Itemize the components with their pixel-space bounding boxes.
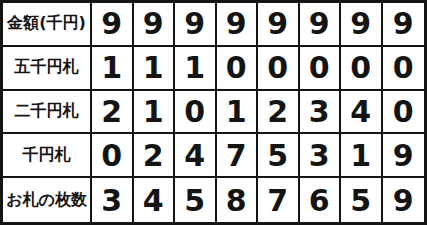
cell-r3c7: 9 (383, 134, 425, 178)
cell-r0c6: 9 (341, 3, 383, 47)
cell-r0c5: 9 (300, 3, 342, 47)
cell-r1c1: 1 (134, 47, 176, 91)
cell-r2c7: 0 (383, 91, 425, 135)
cell-r3c3: 7 (217, 134, 259, 178)
cell-r0c0: 9 (92, 3, 134, 47)
cell-r1c7: 0 (383, 47, 425, 91)
row-label-1: 五千円札 (3, 47, 92, 91)
row-label-0: 金額(千円) (3, 3, 92, 47)
cell-r0c2: 9 (175, 3, 217, 47)
cell-r0c1: 9 (134, 3, 176, 47)
cell-r2c2: 0 (175, 91, 217, 135)
cell-r1c4: 0 (258, 47, 300, 91)
cell-r4c3: 8 (217, 178, 259, 222)
cell-r4c5: 6 (300, 178, 342, 222)
cell-r1c0: 1 (92, 47, 134, 91)
cell-r4c1: 4 (134, 178, 176, 222)
cell-r2c1: 1 (134, 91, 176, 135)
cell-r2c3: 1 (217, 91, 259, 135)
cell-r4c6: 5 (341, 178, 383, 222)
cell-r3c2: 4 (175, 134, 217, 178)
cell-r4c7: 9 (383, 178, 425, 222)
cell-r2c4: 2 (258, 91, 300, 135)
row-label-4: お札の枚数 (3, 178, 92, 222)
cell-r4c0: 3 (92, 178, 134, 222)
cell-r2c6: 4 (341, 91, 383, 135)
cell-r4c4: 7 (258, 178, 300, 222)
cell-r3c0: 0 (92, 134, 134, 178)
cell-r0c4: 9 (258, 3, 300, 47)
row-label-2: 二千円札 (3, 91, 92, 135)
cell-r1c5: 0 (300, 47, 342, 91)
cell-r4c2: 5 (175, 178, 217, 222)
cell-r3c1: 2 (134, 134, 176, 178)
cell-r3c6: 1 (341, 134, 383, 178)
cell-r1c6: 0 (341, 47, 383, 91)
puzzle-table: 金額(千円)99999999五千円札11100000二千円札21012340千円… (0, 0, 427, 225)
cell-r1c3: 0 (217, 47, 259, 91)
cell-r0c3: 9 (217, 3, 259, 47)
cell-r2c0: 2 (92, 91, 134, 135)
cell-r0c7: 9 (383, 3, 425, 47)
cell-r1c2: 1 (175, 47, 217, 91)
cell-r2c5: 3 (300, 91, 342, 135)
cell-r3c5: 3 (300, 134, 342, 178)
row-label-3: 千円札 (3, 134, 92, 178)
cell-r3c4: 5 (258, 134, 300, 178)
